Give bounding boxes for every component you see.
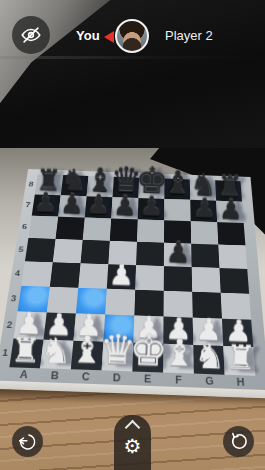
square-f8[interactable]: ♝ <box>164 179 190 200</box>
square-b5[interactable] <box>53 239 83 263</box>
square-c7[interactable]: ♟ <box>85 196 113 218</box>
square-g4[interactable] <box>192 267 221 293</box>
square-g6[interactable] <box>191 221 219 244</box>
square-h7[interactable]: ♟ <box>216 201 244 223</box>
square-f7[interactable] <box>164 199 191 221</box>
board-border: ♜♞♝♛♚♝♞♜♟♟♟♟♟♟♟♟♟♟♟♟♟♟♟♟♜♞♝♛♚♝♞♜ ABCDEFG… <box>0 169 265 390</box>
square-e7[interactable]: ♟ <box>138 198 165 220</box>
square-b7[interactable]: ♟ <box>58 195 86 217</box>
black-bishop-f8[interactable]: ♝ <box>163 167 192 199</box>
square-d6[interactable] <box>110 218 138 241</box>
white-knight-g1[interactable]: ♞ <box>193 337 226 373</box>
square-h1[interactable]: ♜ <box>223 346 255 376</box>
white-bishop-f1[interactable]: ♝ <box>162 335 197 373</box>
eye-off-icon <box>20 24 42 46</box>
square-e4[interactable] <box>135 265 164 291</box>
square-a1[interactable]: ♜ <box>9 339 43 369</box>
you-label: You <box>76 28 100 43</box>
square-f5[interactable]: ♟ <box>164 243 192 267</box>
black-pawn-e7[interactable]: ♟ <box>139 192 164 219</box>
black-pawn-a7[interactable]: ♟ <box>33 189 58 216</box>
couch-seam <box>0 56 265 59</box>
square-b1[interactable]: ♞ <box>40 340 73 370</box>
app-screen: ♜♞♝♛♚♝♞♜♟♟♟♟♟♟♟♟♟♟♟♟♟♟♟♟♜♞♝♛♚♝♞♜ ABCDEFG… <box>0 0 265 470</box>
file-label-F: F <box>163 373 194 386</box>
undo-button[interactable] <box>12 426 43 457</box>
square-f4[interactable] <box>164 266 192 292</box>
square-h5[interactable] <box>218 245 247 269</box>
white-rook-h1[interactable]: ♜ <box>225 340 256 374</box>
turn-indicator-triangle <box>104 31 114 43</box>
white-knight-b1[interactable]: ♞ <box>40 332 73 368</box>
square-g1[interactable]: ♞ <box>193 345 224 375</box>
square-b6[interactable] <box>56 217 85 240</box>
chevron-up-icon <box>125 420 141 436</box>
black-pawn-h7[interactable]: ♟ <box>219 195 244 222</box>
settings-tab[interactable]: ⚙ <box>114 415 151 470</box>
square-h6[interactable] <box>217 222 245 245</box>
white-pawn-d4[interactable]: ♟ <box>108 260 135 289</box>
square-g5[interactable] <box>191 244 219 268</box>
arrow-back-circle-icon <box>18 432 38 452</box>
square-e5[interactable] <box>136 242 164 266</box>
square-f1[interactable]: ♝ <box>163 344 194 374</box>
hide-ar-button[interactable] <box>12 16 50 54</box>
square-d4[interactable]: ♟ <box>107 264 136 290</box>
gear-icon: ⚙ <box>124 436 142 456</box>
square-a4[interactable] <box>21 261 52 286</box>
square-c4[interactable] <box>78 263 108 289</box>
square-e6[interactable] <box>137 219 164 242</box>
black-pawn-b7[interactable]: ♟ <box>60 190 85 217</box>
file-label-A: A <box>7 368 40 381</box>
black-pawn-c7[interactable]: ♟ <box>86 190 111 217</box>
board-grid: ♜♞♝♛♚♝♞♜♟♟♟♟♟♟♟♟♟♟♟♟♟♟♟♟♜♞♝♛♚♝♞♜ <box>9 174 255 376</box>
file-label-E: E <box>132 372 163 385</box>
rotate-reset-button[interactable] <box>223 426 254 457</box>
black-pawn-d7[interactable]: ♟ <box>113 191 138 218</box>
file-label-B: B <box>39 369 71 382</box>
opponent-avatar[interactable] <box>115 19 149 53</box>
square-c6[interactable] <box>83 218 112 241</box>
square-g7[interactable]: ♟ <box>190 200 217 222</box>
square-b4[interactable] <box>50 262 81 288</box>
square-a5[interactable] <box>25 238 56 262</box>
white-rook-a1[interactable]: ♜ <box>10 333 41 367</box>
file-label-G: G <box>194 374 225 387</box>
opponent-label: Player 2 <box>165 28 213 43</box>
square-e1[interactable]: ♚ <box>132 343 163 373</box>
square-c5[interactable] <box>81 240 110 264</box>
rotate-ccw-icon <box>229 432 249 452</box>
square-a6[interactable] <box>28 216 58 239</box>
square-d3[interactable] <box>105 289 135 316</box>
chess-board[interactable]: ♜♞♝♛♚♝♞♜♟♟♟♟♟♟♟♟♟♟♟♟♟♟♟♟♜♞♝♛♚♝♞♜ ABCDEFG… <box>0 115 265 421</box>
square-a7[interactable]: ♟ <box>32 194 61 216</box>
black-pawn-g7[interactable]: ♟ <box>192 194 217 221</box>
file-label-D: D <box>101 371 133 384</box>
square-d7[interactable]: ♟ <box>111 197 138 219</box>
file-label-C: C <box>70 370 102 383</box>
file-label-H: H <box>225 376 257 389</box>
black-pawn-f5[interactable]: ♟ <box>165 238 191 267</box>
square-h4[interactable] <box>219 268 249 294</box>
